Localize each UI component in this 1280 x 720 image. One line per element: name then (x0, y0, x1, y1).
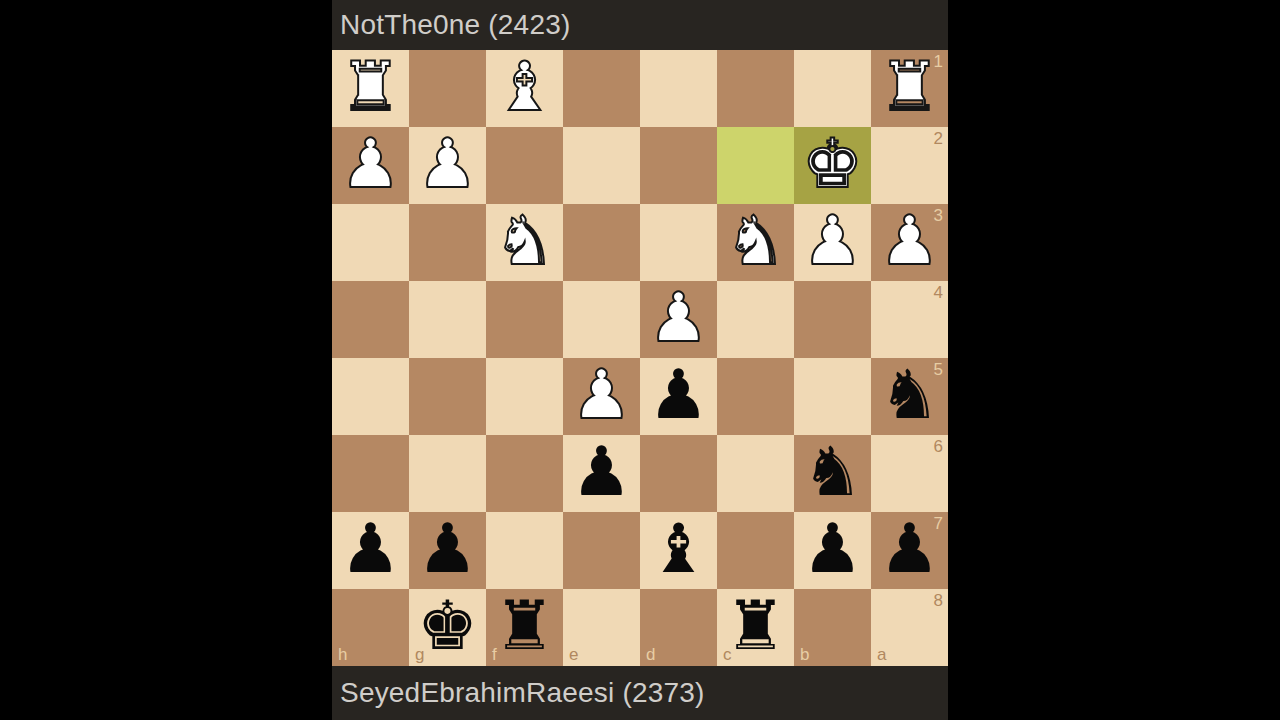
file-label-f: f (492, 646, 497, 663)
white-knight-piece[interactable]: ♞ (725, 207, 786, 275)
square-h6[interactable] (332, 435, 409, 512)
square-e4[interactable] (563, 281, 640, 358)
square-g3[interactable] (409, 204, 486, 281)
white-pawn-piece[interactable]: ♟ (648, 284, 709, 352)
square-e3[interactable] (563, 204, 640, 281)
square-b1[interactable] (794, 50, 871, 127)
square-b2[interactable]: ♚ (794, 127, 871, 204)
square-c7[interactable] (717, 512, 794, 589)
rank-label-5: 5 (934, 361, 943, 378)
square-g4[interactable] (409, 281, 486, 358)
game-frame: NotThe0ne (2423) ♜♝♜1♟♟♚2♞♞♟♟3♟4♟♟♞5♟♞6♟… (332, 0, 948, 720)
square-e8[interactable]: e (563, 589, 640, 666)
square-h4[interactable] (332, 281, 409, 358)
rank-label-4: 4 (934, 284, 943, 301)
square-b3[interactable]: ♟ (794, 204, 871, 281)
square-a2[interactable]: 2 (871, 127, 948, 204)
letterbox-background: NotThe0ne (2423) ♜♝♜1♟♟♚2♞♞♟♟3♟4♟♟♞5♟♞6♟… (0, 0, 1280, 720)
square-f4[interactable] (486, 281, 563, 358)
black-pawn-piece[interactable]: ♟ (340, 515, 401, 583)
square-b7[interactable]: ♟ (794, 512, 871, 589)
square-g2[interactable]: ♟ (409, 127, 486, 204)
square-e5[interactable]: ♟ (563, 358, 640, 435)
square-d8[interactable]: d (640, 589, 717, 666)
black-pawn-piece[interactable]: ♟ (879, 515, 940, 583)
square-d7[interactable]: ♝ (640, 512, 717, 589)
black-king-piece[interactable]: ♚ (417, 592, 478, 660)
square-b4[interactable] (794, 281, 871, 358)
file-label-c: c (723, 646, 732, 663)
square-h2[interactable]: ♟ (332, 127, 409, 204)
square-a8[interactable]: 8a (871, 589, 948, 666)
black-knight-piece[interactable]: ♞ (802, 438, 863, 506)
square-h8[interactable]: h (332, 589, 409, 666)
square-b8[interactable]: b (794, 589, 871, 666)
square-h7[interactable]: ♟ (332, 512, 409, 589)
black-pawn-piece[interactable]: ♟ (802, 515, 863, 583)
square-a6[interactable]: 6 (871, 435, 948, 512)
square-d5[interactable]: ♟ (640, 358, 717, 435)
square-d4[interactable]: ♟ (640, 281, 717, 358)
white-pawn-piece[interactable]: ♟ (802, 207, 863, 275)
square-e6[interactable]: ♟ (563, 435, 640, 512)
square-c4[interactable] (717, 281, 794, 358)
top-player-name: NotThe0ne (2423) (340, 9, 570, 41)
square-a3[interactable]: ♟3 (871, 204, 948, 281)
black-bishop-piece[interactable]: ♝ (648, 515, 709, 583)
rank-label-2: 2 (934, 130, 943, 147)
square-d3[interactable] (640, 204, 717, 281)
black-knight-piece[interactable]: ♞ (879, 361, 940, 429)
black-rook-piece[interactable]: ♜ (725, 592, 786, 660)
white-knight-piece[interactable]: ♞ (494, 207, 555, 275)
square-f3[interactable]: ♞ (486, 204, 563, 281)
square-f2[interactable] (486, 127, 563, 204)
file-label-a: a (877, 646, 886, 663)
square-c2[interactable] (717, 127, 794, 204)
top-player-bar: NotThe0ne (2423) (332, 0, 948, 50)
bottom-player-bar: SeyedEbrahimRaeesi (2373) (332, 666, 948, 720)
square-c6[interactable] (717, 435, 794, 512)
square-e1[interactable] (563, 50, 640, 127)
rank-label-1: 1 (934, 53, 943, 70)
file-label-d: d (646, 646, 655, 663)
square-d6[interactable] (640, 435, 717, 512)
square-h3[interactable] (332, 204, 409, 281)
black-pawn-piece[interactable]: ♟ (571, 438, 632, 506)
white-pawn-piece[interactable]: ♟ (417, 130, 478, 198)
square-c1[interactable] (717, 50, 794, 127)
square-g6[interactable] (409, 435, 486, 512)
square-d2[interactable] (640, 127, 717, 204)
square-a5[interactable]: ♞5 (871, 358, 948, 435)
square-g5[interactable] (409, 358, 486, 435)
square-c5[interactable] (717, 358, 794, 435)
square-g7[interactable]: ♟ (409, 512, 486, 589)
square-f1[interactable]: ♝ (486, 50, 563, 127)
rank-label-6: 6 (934, 438, 943, 455)
file-label-e: e (569, 646, 578, 663)
square-a7[interactable]: ♟7 (871, 512, 948, 589)
chess-board: ♜♝♜1♟♟♚2♞♞♟♟3♟4♟♟♞5♟♞6♟♟♝♟♟7h♚g♜fed♜cb8a (332, 50, 948, 666)
white-bishop-piece[interactable]: ♝ (494, 53, 555, 121)
rank-label-3: 3 (934, 207, 943, 224)
white-pawn-piece[interactable]: ♟ (879, 207, 940, 275)
square-h1[interactable]: ♜ (332, 50, 409, 127)
black-pawn-piece[interactable]: ♟ (648, 361, 709, 429)
square-e7[interactable] (563, 512, 640, 589)
square-b6[interactable]: ♞ (794, 435, 871, 512)
square-e2[interactable] (563, 127, 640, 204)
square-f8[interactable]: ♜f (486, 589, 563, 666)
white-pawn-piece[interactable]: ♟ (571, 361, 632, 429)
square-h5[interactable] (332, 358, 409, 435)
file-label-g: g (415, 646, 424, 663)
square-c8[interactable]: ♜c (717, 589, 794, 666)
bottom-player-name: SeyedEbrahimRaeesi (2373) (340, 677, 705, 709)
black-rook-piece[interactable]: ♜ (494, 592, 555, 660)
square-c3[interactable]: ♞ (717, 204, 794, 281)
file-label-b: b (800, 646, 809, 663)
square-g1[interactable] (409, 50, 486, 127)
white-pawn-piece[interactable]: ♟ (340, 130, 401, 198)
rank-label-7: 7 (934, 515, 943, 532)
white-king-piece[interactable]: ♚ (802, 130, 863, 198)
square-f5[interactable] (486, 358, 563, 435)
square-d1[interactable] (640, 50, 717, 127)
square-f6[interactable] (486, 435, 563, 512)
white-rook-piece[interactable]: ♜ (340, 53, 401, 121)
square-a1[interactable]: ♜1 (871, 50, 948, 127)
square-f7[interactable] (486, 512, 563, 589)
square-a4[interactable]: 4 (871, 281, 948, 358)
rank-label-8: 8 (934, 592, 943, 609)
file-label-h: h (338, 646, 347, 663)
square-b5[interactable] (794, 358, 871, 435)
black-pawn-piece[interactable]: ♟ (417, 515, 478, 583)
white-rook-piece[interactable]: ♜ (879, 53, 940, 121)
square-g8[interactable]: ♚g (409, 589, 486, 666)
